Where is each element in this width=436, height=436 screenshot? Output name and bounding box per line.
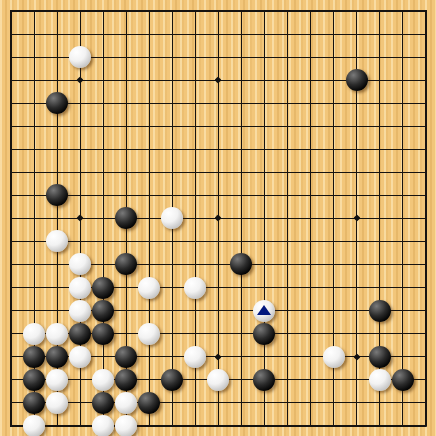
intersection-8-6[interactable] xyxy=(184,138,207,161)
intersection-12-8[interactable] xyxy=(276,184,299,207)
intersection-18-18[interactable] xyxy=(414,414,436,436)
intersection-0-11[interactable] xyxy=(0,253,23,276)
intersection-11-4[interactable] xyxy=(253,92,276,115)
intersection-7-10[interactable] xyxy=(161,230,184,253)
intersection-6-7[interactable] xyxy=(138,161,161,184)
intersection-3-17[interactable] xyxy=(69,391,92,414)
intersection-11-13[interactable] xyxy=(253,299,276,322)
intersection-6-0[interactable] xyxy=(138,0,161,23)
intersection-15-6[interactable] xyxy=(345,138,368,161)
intersection-5-0[interactable] xyxy=(115,0,138,23)
intersection-6-1[interactable] xyxy=(138,23,161,46)
intersection-15-14[interactable] xyxy=(345,322,368,345)
intersection-13-13[interactable] xyxy=(299,299,322,322)
intersection-0-0[interactable] xyxy=(0,0,23,23)
intersection-15-7[interactable] xyxy=(345,161,368,184)
intersection-13-1[interactable] xyxy=(299,23,322,46)
intersection-12-14[interactable] xyxy=(276,322,299,345)
intersection-8-7[interactable] xyxy=(184,161,207,184)
intersection-18-9[interactable] xyxy=(414,207,436,230)
intersection-12-2[interactable] xyxy=(276,46,299,69)
intersection-0-18[interactable] xyxy=(0,414,23,436)
intersection-8-12[interactable] xyxy=(184,276,207,299)
intersection-3-13[interactable] xyxy=(69,299,92,322)
intersection-17-0[interactable] xyxy=(391,0,414,23)
intersection-2-5[interactable] xyxy=(46,115,69,138)
intersection-9-1[interactable] xyxy=(207,23,230,46)
intersection-5-15[interactable] xyxy=(115,345,138,368)
intersection-1-10[interactable] xyxy=(23,230,46,253)
intersection-0-10[interactable] xyxy=(0,230,23,253)
intersection-6-18[interactable] xyxy=(138,414,161,436)
intersection-18-1[interactable] xyxy=(414,23,436,46)
intersection-9-12[interactable] xyxy=(207,276,230,299)
intersection-11-15[interactable] xyxy=(253,345,276,368)
intersection-14-16[interactable] xyxy=(322,368,345,391)
intersection-18-2[interactable] xyxy=(414,46,436,69)
intersection-0-9[interactable] xyxy=(0,207,23,230)
intersection-13-7[interactable] xyxy=(299,161,322,184)
intersection-16-10[interactable] xyxy=(368,230,391,253)
intersection-14-5[interactable] xyxy=(322,115,345,138)
intersection-0-2[interactable] xyxy=(0,46,23,69)
intersection-9-16[interactable] xyxy=(207,368,230,391)
intersection-2-18[interactable] xyxy=(46,414,69,436)
intersection-3-18[interactable] xyxy=(69,414,92,436)
intersection-8-17[interactable] xyxy=(184,391,207,414)
intersection-0-6[interactable] xyxy=(0,138,23,161)
intersection-15-12[interactable] xyxy=(345,276,368,299)
intersection-9-3[interactable] xyxy=(207,69,230,92)
intersection-16-0[interactable] xyxy=(368,0,391,23)
intersection-5-3[interactable] xyxy=(115,69,138,92)
intersection-8-5[interactable] xyxy=(184,115,207,138)
intersection-13-15[interactable] xyxy=(299,345,322,368)
intersection-10-10[interactable] xyxy=(230,230,253,253)
intersection-1-17[interactable] xyxy=(23,391,46,414)
intersection-3-8[interactable] xyxy=(69,184,92,207)
intersection-16-5[interactable] xyxy=(368,115,391,138)
intersection-16-1[interactable] xyxy=(368,23,391,46)
intersection-8-11[interactable] xyxy=(184,253,207,276)
intersection-12-5[interactable] xyxy=(276,115,299,138)
intersection-12-1[interactable] xyxy=(276,23,299,46)
intersection-15-18[interactable] xyxy=(345,414,368,436)
intersection-1-3[interactable] xyxy=(23,69,46,92)
intersection-3-6[interactable] xyxy=(69,138,92,161)
intersection-5-11[interactable] xyxy=(115,253,138,276)
intersection-16-13[interactable] xyxy=(368,299,391,322)
intersection-6-3[interactable] xyxy=(138,69,161,92)
intersection-10-18[interactable] xyxy=(230,414,253,436)
intersection-12-18[interactable] xyxy=(276,414,299,436)
intersection-16-7[interactable] xyxy=(368,161,391,184)
intersection-12-7[interactable] xyxy=(276,161,299,184)
intersection-3-14[interactable] xyxy=(69,322,92,345)
intersection-12-17[interactable] xyxy=(276,391,299,414)
intersection-6-4[interactable] xyxy=(138,92,161,115)
intersection-1-15[interactable] xyxy=(23,345,46,368)
intersection-13-6[interactable] xyxy=(299,138,322,161)
intersection-7-16[interactable] xyxy=(161,368,184,391)
intersection-2-4[interactable] xyxy=(46,92,69,115)
intersection-4-1[interactable] xyxy=(92,23,115,46)
intersection-15-15[interactable] xyxy=(345,345,368,368)
intersection-2-11[interactable] xyxy=(46,253,69,276)
intersection-12-16[interactable] xyxy=(276,368,299,391)
intersection-15-16[interactable] xyxy=(345,368,368,391)
intersection-14-6[interactable] xyxy=(322,138,345,161)
intersection-5-10[interactable] xyxy=(115,230,138,253)
intersection-3-9[interactable] xyxy=(69,207,92,230)
intersection-17-15[interactable] xyxy=(391,345,414,368)
intersection-9-13[interactable] xyxy=(207,299,230,322)
intersection-7-12[interactable] xyxy=(161,276,184,299)
intersection-12-3[interactable] xyxy=(276,69,299,92)
intersection-11-9[interactable] xyxy=(253,207,276,230)
intersection-13-10[interactable] xyxy=(299,230,322,253)
intersection-7-2[interactable] xyxy=(161,46,184,69)
intersection-4-3[interactable] xyxy=(92,69,115,92)
intersection-2-3[interactable] xyxy=(46,69,69,92)
intersection-14-13[interactable] xyxy=(322,299,345,322)
intersection-13-4[interactable] xyxy=(299,92,322,115)
intersection-18-17[interactable] xyxy=(414,391,436,414)
intersection-11-18[interactable] xyxy=(253,414,276,436)
intersection-10-1[interactable] xyxy=(230,23,253,46)
intersection-10-17[interactable] xyxy=(230,391,253,414)
intersection-2-13[interactable] xyxy=(46,299,69,322)
intersection-1-7[interactable] xyxy=(23,161,46,184)
intersection-17-8[interactable] xyxy=(391,184,414,207)
intersection-10-5[interactable] xyxy=(230,115,253,138)
intersection-8-8[interactable] xyxy=(184,184,207,207)
intersection-17-11[interactable] xyxy=(391,253,414,276)
intersection-6-17[interactable] xyxy=(138,391,161,414)
intersection-9-6[interactable] xyxy=(207,138,230,161)
intersection-15-10[interactable] xyxy=(345,230,368,253)
intersection-2-15[interactable] xyxy=(46,345,69,368)
intersection-6-9[interactable] xyxy=(138,207,161,230)
intersection-1-11[interactable] xyxy=(23,253,46,276)
intersection-10-13[interactable] xyxy=(230,299,253,322)
intersection-2-14[interactable] xyxy=(46,322,69,345)
intersection-18-10[interactable] xyxy=(414,230,436,253)
intersection-8-1[interactable] xyxy=(184,23,207,46)
intersection-14-3[interactable] xyxy=(322,69,345,92)
intersection-13-8[interactable] xyxy=(299,184,322,207)
intersection-13-12[interactable] xyxy=(299,276,322,299)
intersection-14-18[interactable] xyxy=(322,414,345,436)
intersection-7-18[interactable] xyxy=(161,414,184,436)
intersection-14-1[interactable] xyxy=(322,23,345,46)
intersection-4-6[interactable] xyxy=(92,138,115,161)
intersection-10-8[interactable] xyxy=(230,184,253,207)
intersection-3-1[interactable] xyxy=(69,23,92,46)
intersection-15-2[interactable] xyxy=(345,46,368,69)
intersection-9-8[interactable] xyxy=(207,184,230,207)
intersection-7-5[interactable] xyxy=(161,115,184,138)
intersection-11-0[interactable] xyxy=(253,0,276,23)
intersection-6-13[interactable] xyxy=(138,299,161,322)
intersection-16-12[interactable] xyxy=(368,276,391,299)
intersection-8-13[interactable] xyxy=(184,299,207,322)
intersection-3-3[interactable] xyxy=(69,69,92,92)
intersection-12-13[interactable] xyxy=(276,299,299,322)
intersection-12-12[interactable] xyxy=(276,276,299,299)
intersection-6-11[interactable] xyxy=(138,253,161,276)
intersection-15-0[interactable] xyxy=(345,0,368,23)
intersection-17-3[interactable] xyxy=(391,69,414,92)
intersection-13-16[interactable] xyxy=(299,368,322,391)
intersection-17-9[interactable] xyxy=(391,207,414,230)
intersection-5-7[interactable] xyxy=(115,161,138,184)
intersection-17-16[interactable] xyxy=(391,368,414,391)
intersection-6-12[interactable] xyxy=(138,276,161,299)
intersection-5-17[interactable] xyxy=(115,391,138,414)
intersection-17-18[interactable] xyxy=(391,414,414,436)
intersection-9-5[interactable] xyxy=(207,115,230,138)
intersection-0-14[interactable] xyxy=(0,322,23,345)
intersection-9-18[interactable] xyxy=(207,414,230,436)
intersection-2-16[interactable] xyxy=(46,368,69,391)
intersection-10-12[interactable] xyxy=(230,276,253,299)
intersection-4-15[interactable] xyxy=(92,345,115,368)
intersection-11-1[interactable] xyxy=(253,23,276,46)
intersection-7-6[interactable] xyxy=(161,138,184,161)
intersection-14-2[interactable] xyxy=(322,46,345,69)
intersection-9-11[interactable] xyxy=(207,253,230,276)
intersection-5-13[interactable] xyxy=(115,299,138,322)
intersection-4-10[interactable] xyxy=(92,230,115,253)
intersection-14-4[interactable] xyxy=(322,92,345,115)
intersection-6-16[interactable] xyxy=(138,368,161,391)
intersection-14-7[interactable] xyxy=(322,161,345,184)
intersection-6-2[interactable] xyxy=(138,46,161,69)
intersection-10-2[interactable] xyxy=(230,46,253,69)
intersection-2-2[interactable] xyxy=(46,46,69,69)
intersection-7-1[interactable] xyxy=(161,23,184,46)
intersection-18-16[interactable] xyxy=(414,368,436,391)
intersection-5-18[interactable] xyxy=(115,414,138,436)
intersection-18-13[interactable] xyxy=(414,299,436,322)
intersection-17-4[interactable] xyxy=(391,92,414,115)
intersection-13-3[interactable] xyxy=(299,69,322,92)
intersection-17-14[interactable] xyxy=(391,322,414,345)
intersection-11-3[interactable] xyxy=(253,69,276,92)
intersection-11-10[interactable] xyxy=(253,230,276,253)
intersection-3-15[interactable] xyxy=(69,345,92,368)
intersection-11-7[interactable] xyxy=(253,161,276,184)
intersection-2-8[interactable] xyxy=(46,184,69,207)
intersection-12-4[interactable] xyxy=(276,92,299,115)
intersection-0-1[interactable] xyxy=(0,23,23,46)
intersection-13-11[interactable] xyxy=(299,253,322,276)
intersection-16-15[interactable] xyxy=(368,345,391,368)
intersection-9-7[interactable] xyxy=(207,161,230,184)
intersection-0-12[interactable] xyxy=(0,276,23,299)
intersection-17-6[interactable] xyxy=(391,138,414,161)
intersection-8-18[interactable] xyxy=(184,414,207,436)
intersection-5-2[interactable] xyxy=(115,46,138,69)
intersection-17-10[interactable] xyxy=(391,230,414,253)
intersection-7-15[interactable] xyxy=(161,345,184,368)
intersection-1-1[interactable] xyxy=(23,23,46,46)
intersection-16-11[interactable] xyxy=(368,253,391,276)
intersection-10-15[interactable] xyxy=(230,345,253,368)
intersection-14-8[interactable] xyxy=(322,184,345,207)
intersection-3-10[interactable] xyxy=(69,230,92,253)
intersection-12-0[interactable] xyxy=(276,0,299,23)
intersection-2-10[interactable] xyxy=(46,230,69,253)
intersection-1-12[interactable] xyxy=(23,276,46,299)
intersection-7-17[interactable] xyxy=(161,391,184,414)
intersection-18-15[interactable] xyxy=(414,345,436,368)
intersection-16-4[interactable] xyxy=(368,92,391,115)
intersection-11-17[interactable] xyxy=(253,391,276,414)
intersection-4-9[interactable] xyxy=(92,207,115,230)
intersection-10-7[interactable] xyxy=(230,161,253,184)
intersection-5-5[interactable] xyxy=(115,115,138,138)
intersection-9-17[interactable] xyxy=(207,391,230,414)
intersection-2-7[interactable] xyxy=(46,161,69,184)
intersection-14-11[interactable] xyxy=(322,253,345,276)
intersection-12-11[interactable] xyxy=(276,253,299,276)
intersection-4-17[interactable] xyxy=(92,391,115,414)
intersection-15-11[interactable] xyxy=(345,253,368,276)
intersection-14-10[interactable] xyxy=(322,230,345,253)
intersection-8-10[interactable] xyxy=(184,230,207,253)
intersection-1-18[interactable] xyxy=(23,414,46,436)
intersection-18-7[interactable] xyxy=(414,161,436,184)
intersection-12-15[interactable] xyxy=(276,345,299,368)
intersection-7-7[interactable] xyxy=(161,161,184,184)
intersection-2-1[interactable] xyxy=(46,23,69,46)
intersection-13-0[interactable] xyxy=(299,0,322,23)
intersection-9-15[interactable] xyxy=(207,345,230,368)
intersection-5-8[interactable] xyxy=(115,184,138,207)
intersection-15-3[interactable] xyxy=(345,69,368,92)
intersection-5-4[interactable] xyxy=(115,92,138,115)
intersection-1-0[interactable] xyxy=(23,0,46,23)
intersection-9-4[interactable] xyxy=(207,92,230,115)
intersection-6-14[interactable] xyxy=(138,322,161,345)
intersection-0-13[interactable] xyxy=(0,299,23,322)
intersection-5-9[interactable] xyxy=(115,207,138,230)
intersection-6-8[interactable] xyxy=(138,184,161,207)
intersection-8-3[interactable] xyxy=(184,69,207,92)
intersection-11-11[interactable] xyxy=(253,253,276,276)
intersection-4-5[interactable] xyxy=(92,115,115,138)
intersection-4-2[interactable] xyxy=(92,46,115,69)
intersection-4-8[interactable] xyxy=(92,184,115,207)
intersection-18-4[interactable] xyxy=(414,92,436,115)
intersection-7-3[interactable] xyxy=(161,69,184,92)
intersection-10-14[interactable] xyxy=(230,322,253,345)
intersection-6-6[interactable] xyxy=(138,138,161,161)
intersection-4-11[interactable] xyxy=(92,253,115,276)
intersection-3-12[interactable] xyxy=(69,276,92,299)
intersection-7-9[interactable] xyxy=(161,207,184,230)
intersection-9-0[interactable] xyxy=(207,0,230,23)
intersection-16-17[interactable] xyxy=(368,391,391,414)
intersection-17-2[interactable] xyxy=(391,46,414,69)
intersection-1-8[interactable] xyxy=(23,184,46,207)
intersection-14-0[interactable] xyxy=(322,0,345,23)
intersection-9-14[interactable] xyxy=(207,322,230,345)
intersection-10-0[interactable] xyxy=(230,0,253,23)
intersection-18-12[interactable] xyxy=(414,276,436,299)
intersection-11-8[interactable] xyxy=(253,184,276,207)
intersection-18-8[interactable] xyxy=(414,184,436,207)
intersection-0-5[interactable] xyxy=(0,115,23,138)
intersection-0-7[interactable] xyxy=(0,161,23,184)
intersection-11-16[interactable] xyxy=(253,368,276,391)
intersection-0-3[interactable] xyxy=(0,69,23,92)
intersection-18-14[interactable] xyxy=(414,322,436,345)
intersection-16-3[interactable] xyxy=(368,69,391,92)
intersection-7-0[interactable] xyxy=(161,0,184,23)
intersection-1-6[interactable] xyxy=(23,138,46,161)
intersection-12-6[interactable] xyxy=(276,138,299,161)
intersection-10-9[interactable] xyxy=(230,207,253,230)
intersection-6-10[interactable] xyxy=(138,230,161,253)
intersection-9-9[interactable] xyxy=(207,207,230,230)
intersection-3-5[interactable] xyxy=(69,115,92,138)
intersection-15-1[interactable] xyxy=(345,23,368,46)
intersection-10-16[interactable] xyxy=(230,368,253,391)
intersection-1-14[interactable] xyxy=(23,322,46,345)
intersection-8-16[interactable] xyxy=(184,368,207,391)
intersection-18-5[interactable] xyxy=(414,115,436,138)
intersection-15-5[interactable] xyxy=(345,115,368,138)
intersection-11-12[interactable] xyxy=(253,276,276,299)
intersection-8-15[interactable] xyxy=(184,345,207,368)
intersection-4-14[interactable] xyxy=(92,322,115,345)
intersection-3-0[interactable] xyxy=(69,0,92,23)
intersection-12-9[interactable] xyxy=(276,207,299,230)
intersection-11-14[interactable] xyxy=(253,322,276,345)
intersection-10-4[interactable] xyxy=(230,92,253,115)
intersection-12-10[interactable] xyxy=(276,230,299,253)
intersection-4-0[interactable] xyxy=(92,0,115,23)
intersection-0-4[interactable] xyxy=(0,92,23,115)
intersection-3-11[interactable] xyxy=(69,253,92,276)
intersection-11-6[interactable] xyxy=(253,138,276,161)
intersection-2-12[interactable] xyxy=(46,276,69,299)
intersection-4-12[interactable] xyxy=(92,276,115,299)
intersection-17-12[interactable] xyxy=(391,276,414,299)
intersection-0-8[interactable] xyxy=(0,184,23,207)
intersection-1-4[interactable] xyxy=(23,92,46,115)
intersection-17-1[interactable] xyxy=(391,23,414,46)
intersection-4-4[interactable] xyxy=(92,92,115,115)
intersection-8-4[interactable] xyxy=(184,92,207,115)
intersection-13-9[interactable] xyxy=(299,207,322,230)
intersection-14-15[interactable] xyxy=(322,345,345,368)
intersection-16-2[interactable] xyxy=(368,46,391,69)
intersection-14-14[interactable] xyxy=(322,322,345,345)
intersection-7-11[interactable] xyxy=(161,253,184,276)
intersection-16-6[interactable] xyxy=(368,138,391,161)
intersection-7-13[interactable] xyxy=(161,299,184,322)
intersection-2-0[interactable] xyxy=(46,0,69,23)
intersection-7-8[interactable] xyxy=(161,184,184,207)
intersection-5-12[interactable] xyxy=(115,276,138,299)
intersection-1-5[interactable] xyxy=(23,115,46,138)
intersection-3-2[interactable] xyxy=(69,46,92,69)
intersection-14-9[interactable] xyxy=(322,207,345,230)
